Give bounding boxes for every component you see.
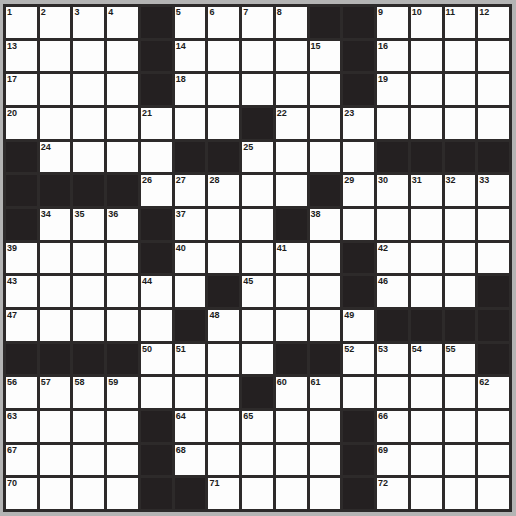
cell-r1c7[interactable]: 6 (208, 7, 239, 38)
clue-number-32: 32 (446, 175, 456, 186)
cell-r12c11[interactable] (343, 377, 374, 408)
cell-r6c11[interactable]: 29 (343, 175, 374, 206)
block-r11c9 (276, 344, 307, 375)
block-r10c6 (175, 310, 206, 341)
block-r1c5 (141, 7, 172, 38)
clue-number-54: 54 (412, 344, 422, 355)
cell-r12c1[interactable]: 56 (6, 377, 37, 408)
clue-number-61: 61 (311, 377, 321, 388)
cell-r5c2[interactable]: 24 (40, 142, 71, 173)
clue-number-39: 39 (7, 243, 17, 254)
cell-r9c4[interactable] (107, 276, 138, 307)
cell-r10c7[interactable]: 48 (208, 310, 239, 341)
clue-number-65: 65 (243, 411, 253, 422)
cell-r14c15[interactable] (478, 445, 509, 476)
cell-r12c4[interactable]: 59 (107, 377, 138, 408)
cell-r13c12[interactable]: 66 (377, 411, 408, 442)
cell-r13c10[interactable] (310, 411, 341, 442)
cell-r2c15[interactable] (478, 41, 509, 72)
cell-r4c1[interactable]: 20 (6, 108, 37, 139)
cell-r15c14[interactable] (445, 478, 476, 509)
cell-r13c2[interactable] (40, 411, 71, 442)
block-r6c10 (310, 175, 341, 206)
block-r5c6 (175, 142, 206, 173)
clue-number-51: 51 (176, 344, 186, 355)
cell-r7c8[interactable] (242, 209, 273, 240)
clue-number-10: 10 (412, 7, 422, 18)
cell-r11c12[interactable]: 53 (377, 344, 408, 375)
block-r5c14 (445, 142, 476, 173)
cell-r6c8[interactable] (242, 175, 273, 206)
block-r13c5 (141, 411, 172, 442)
cell-r9c13[interactable] (411, 276, 442, 307)
cell-r7c2[interactable]: 34 (40, 209, 71, 240)
cell-r2c13[interactable] (411, 41, 442, 72)
cell-r14c13[interactable] (411, 445, 442, 476)
cell-r2c1[interactable]: 13 (6, 41, 37, 72)
clue-number-5: 5 (176, 7, 181, 18)
block-r11c15 (478, 344, 509, 375)
cell-r12c13[interactable] (411, 377, 442, 408)
clue-number-20: 20 (7, 108, 17, 119)
cell-r11c6[interactable]: 51 (175, 344, 206, 375)
block-r11c3 (73, 344, 104, 375)
cell-r10c9[interactable] (276, 310, 307, 341)
clue-number-7: 7 (243, 7, 248, 18)
block-r6c3 (73, 175, 104, 206)
cell-r15c8[interactable] (242, 478, 273, 509)
clue-number-38: 38 (311, 209, 321, 220)
cell-r3c14[interactable] (445, 74, 476, 105)
clue-number-22: 22 (277, 108, 287, 119)
cell-r1c1[interactable]: 1 (6, 7, 37, 38)
block-r6c4 (107, 175, 138, 206)
cell-r14c14[interactable] (445, 445, 476, 476)
cell-r2c12[interactable]: 16 (377, 41, 408, 72)
block-r15c6 (175, 478, 206, 509)
block-r10c15 (478, 310, 509, 341)
cell-r9c2[interactable] (40, 276, 71, 307)
cell-r1c12[interactable]: 9 (377, 7, 408, 38)
cell-r4c2[interactable] (40, 108, 71, 139)
cell-r12c9[interactable]: 60 (276, 377, 307, 408)
cell-r5c5[interactable] (141, 142, 172, 173)
cell-r11c8[interactable] (242, 344, 273, 375)
cell-r3c3[interactable] (73, 74, 104, 105)
block-r11c1 (6, 344, 37, 375)
cell-r4c6[interactable] (175, 108, 206, 139)
clue-number-34: 34 (41, 209, 51, 220)
cell-r3c6[interactable]: 18 (175, 74, 206, 105)
cell-r6c9[interactable] (276, 175, 307, 206)
cell-r4c14[interactable] (445, 108, 476, 139)
cell-r3c15[interactable] (478, 74, 509, 105)
cell-r9c1[interactable]: 43 (6, 276, 37, 307)
cell-r15c7[interactable]: 71 (208, 478, 239, 509)
cell-r14c7[interactable] (208, 445, 239, 476)
clue-number-24: 24 (41, 142, 51, 153)
cell-r15c9[interactable] (276, 478, 307, 509)
clue-number-2: 2 (41, 7, 46, 18)
cell-r6c7[interactable]: 28 (208, 175, 239, 206)
cell-r8c2[interactable] (40, 243, 71, 274)
cell-r4c5[interactable]: 21 (141, 108, 172, 139)
cell-r11c7[interactable] (208, 344, 239, 375)
block-r5c7 (208, 142, 239, 173)
cell-r3c8[interactable] (242, 74, 273, 105)
cell-r1c6[interactable]: 5 (175, 7, 206, 38)
block-r6c1 (6, 175, 37, 206)
cell-r13c1[interactable]: 63 (6, 411, 37, 442)
page-background: 1234567891011121314151617181920212223242… (0, 0, 516, 516)
cell-r1c8[interactable]: 7 (242, 7, 273, 38)
cell-r14c12[interactable]: 69 (377, 445, 408, 476)
clue-number-30: 30 (378, 175, 388, 186)
block-r7c5 (141, 209, 172, 240)
cell-r4c3[interactable] (73, 108, 104, 139)
cell-r11c11[interactable]: 52 (343, 344, 374, 375)
cell-r14c6[interactable]: 68 (175, 445, 206, 476)
cell-r7c6[interactable]: 37 (175, 209, 206, 240)
clue-number-13: 13 (7, 41, 17, 52)
clue-number-27: 27 (176, 175, 186, 186)
cell-r13c15[interactable] (478, 411, 509, 442)
clue-number-35: 35 (74, 209, 84, 220)
clue-number-23: 23 (344, 108, 354, 119)
block-r2c5 (141, 41, 172, 72)
cell-r15c3[interactable] (73, 478, 104, 509)
cell-r12c7[interactable] (208, 377, 239, 408)
cell-r4c11[interactable]: 23 (343, 108, 374, 139)
cell-r5c3[interactable] (73, 142, 104, 173)
cell-r9c14[interactable] (445, 276, 476, 307)
cell-r10c5[interactable] (141, 310, 172, 341)
cell-r3c4[interactable] (107, 74, 138, 105)
cell-r1c15[interactable]: 12 (478, 7, 509, 38)
cell-r5c11[interactable] (343, 142, 374, 173)
cell-r12c2[interactable]: 57 (40, 377, 71, 408)
cell-r7c3[interactable]: 35 (73, 209, 104, 240)
cell-r2c6[interactable]: 14 (175, 41, 206, 72)
clue-number-15: 15 (311, 41, 321, 52)
clue-number-67: 67 (7, 445, 17, 456)
clue-number-70: 70 (7, 478, 17, 489)
cell-r4c12[interactable] (377, 108, 408, 139)
block-r1c11 (343, 7, 374, 38)
block-r8c5 (141, 243, 172, 274)
cell-r10c10[interactable] (310, 310, 341, 341)
cell-r2c4[interactable] (107, 41, 138, 72)
clue-number-18: 18 (176, 74, 186, 85)
cell-r9c5[interactable]: 44 (141, 276, 172, 307)
block-r10c14 (445, 310, 476, 341)
cell-r1c13[interactable]: 10 (411, 7, 442, 38)
clue-number-31: 31 (412, 175, 422, 186)
crossword-board: 1234567891011121314151617181920212223242… (3, 4, 512, 512)
cell-r3c9[interactable] (276, 74, 307, 105)
clue-number-3: 3 (74, 7, 79, 18)
cell-r12c5[interactable] (141, 377, 172, 408)
clue-number-4: 4 (108, 7, 113, 18)
block-r10c12 (377, 310, 408, 341)
clue-number-41: 41 (277, 243, 287, 254)
clue-number-8: 8 (277, 7, 282, 18)
block-r9c11 (343, 276, 374, 307)
cell-r4c7[interactable] (208, 108, 239, 139)
cell-r10c4[interactable] (107, 310, 138, 341)
cell-r8c15[interactable] (478, 243, 509, 274)
block-r5c1 (6, 142, 37, 173)
cell-r13c9[interactable] (276, 411, 307, 442)
clue-number-14: 14 (176, 41, 186, 52)
cell-r7c14[interactable] (445, 209, 476, 240)
block-r14c5 (141, 445, 172, 476)
cell-r1c2[interactable]: 2 (40, 7, 71, 38)
clue-number-59: 59 (108, 377, 118, 388)
cell-r2c14[interactable] (445, 41, 476, 72)
cell-r12c3[interactable]: 58 (73, 377, 104, 408)
cell-r4c15[interactable] (478, 108, 509, 139)
clue-number-21: 21 (142, 108, 152, 119)
cell-r14c3[interactable] (73, 445, 104, 476)
cell-r8c6[interactable]: 40 (175, 243, 206, 274)
cell-r3c10[interactable] (310, 74, 341, 105)
cell-r15c1[interactable]: 70 (6, 478, 37, 509)
clue-number-72: 72 (378, 478, 388, 489)
clue-number-56: 56 (7, 377, 17, 388)
clue-number-44: 44 (142, 276, 152, 287)
cell-r15c13[interactable] (411, 478, 442, 509)
cell-r2c7[interactable] (208, 41, 239, 72)
clue-number-28: 28 (209, 175, 219, 186)
cell-r9c6[interactable] (175, 276, 206, 307)
block-r12c8 (242, 377, 273, 408)
cell-r4c13[interactable] (411, 108, 442, 139)
cell-r5c10[interactable] (310, 142, 341, 173)
cell-r11c5[interactable]: 50 (141, 344, 172, 375)
cell-r10c2[interactable] (40, 310, 71, 341)
cell-r13c13[interactable] (411, 411, 442, 442)
cell-r4c10[interactable] (310, 108, 341, 139)
cell-r1c9[interactable]: 8 (276, 7, 307, 38)
block-r1c10 (310, 7, 341, 38)
cell-r6c13[interactable]: 31 (411, 175, 442, 206)
block-r5c12 (377, 142, 408, 173)
clue-number-69: 69 (378, 445, 388, 456)
cell-r10c3[interactable] (73, 310, 104, 341)
clue-number-16: 16 (378, 41, 388, 52)
clue-number-52: 52 (344, 344, 354, 355)
clue-number-26: 26 (142, 175, 152, 186)
cell-r9c12[interactable]: 46 (377, 276, 408, 307)
cell-r8c10[interactable] (310, 243, 341, 274)
clue-number-12: 12 (479, 7, 489, 18)
cell-r8c7[interactable] (208, 243, 239, 274)
cell-r13c7[interactable] (208, 411, 239, 442)
cell-r12c10[interactable]: 61 (310, 377, 341, 408)
clue-number-68: 68 (176, 445, 186, 456)
cell-r2c2[interactable] (40, 41, 71, 72)
block-r2c11 (343, 41, 374, 72)
cell-r12c15[interactable]: 62 (478, 377, 509, 408)
cell-r9c9[interactable] (276, 276, 307, 307)
cell-r3c2[interactable] (40, 74, 71, 105)
clue-number-9: 9 (378, 7, 383, 18)
cell-r5c8[interactable]: 25 (242, 142, 273, 173)
cell-r2c10[interactable]: 15 (310, 41, 341, 72)
clue-number-58: 58 (74, 377, 84, 388)
block-r9c15 (478, 276, 509, 307)
cell-r7c15[interactable] (478, 209, 509, 240)
cell-r9c8[interactable]: 45 (242, 276, 273, 307)
clue-number-63: 63 (7, 411, 17, 422)
cell-r14c9[interactable] (276, 445, 307, 476)
clue-number-33: 33 (479, 175, 489, 186)
cell-r15c10[interactable] (310, 478, 341, 509)
cell-r3c12[interactable]: 19 (377, 74, 408, 105)
block-r11c10 (310, 344, 341, 375)
cell-r7c12[interactable] (377, 209, 408, 240)
cell-r13c3[interactable] (73, 411, 104, 442)
clue-number-42: 42 (378, 243, 388, 254)
cell-r8c8[interactable] (242, 243, 273, 274)
cell-r3c7[interactable] (208, 74, 239, 105)
clue-number-43: 43 (7, 276, 17, 287)
block-r9c7 (208, 276, 239, 307)
cell-r7c13[interactable] (411, 209, 442, 240)
clue-number-47: 47 (7, 310, 17, 321)
block-r8c11 (343, 243, 374, 274)
cell-r7c11[interactable] (343, 209, 374, 240)
block-r3c11 (343, 74, 374, 105)
cell-r14c10[interactable] (310, 445, 341, 476)
block-r3c5 (141, 74, 172, 105)
clue-number-1: 1 (7, 7, 12, 18)
cell-r10c8[interactable] (242, 310, 273, 341)
cell-r8c13[interactable] (411, 243, 442, 274)
cell-r13c6[interactable]: 64 (175, 411, 206, 442)
cell-r6c5[interactable]: 26 (141, 175, 172, 206)
cell-r8c12[interactable]: 42 (377, 243, 408, 274)
cell-r9c10[interactable] (310, 276, 341, 307)
cell-r13c4[interactable] (107, 411, 138, 442)
clue-number-45: 45 (243, 276, 253, 287)
clue-number-62: 62 (479, 377, 489, 388)
cell-r10c11[interactable]: 49 (343, 310, 374, 341)
cell-r8c1[interactable]: 39 (6, 243, 37, 274)
block-r11c2 (40, 344, 71, 375)
block-r6c2 (40, 175, 71, 206)
cell-r9c3[interactable] (73, 276, 104, 307)
cell-r14c2[interactable] (40, 445, 71, 476)
cell-r6c14[interactable]: 32 (445, 175, 476, 206)
cell-r11c13[interactable]: 54 (411, 344, 442, 375)
cell-r12c6[interactable] (175, 377, 206, 408)
block-r4c8 (242, 108, 273, 139)
clue-number-17: 17 (7, 74, 17, 85)
block-r15c11 (343, 478, 374, 509)
clue-number-11: 11 (446, 7, 456, 18)
cell-r4c4[interactable] (107, 108, 138, 139)
cell-r10c1[interactable]: 47 (6, 310, 37, 341)
block-r7c9 (276, 209, 307, 240)
cell-r2c8[interactable] (242, 41, 273, 72)
cell-r1c4[interactable]: 4 (107, 7, 138, 38)
cell-r1c3[interactable]: 3 (73, 7, 104, 38)
cell-r8c14[interactable] (445, 243, 476, 274)
block-r7c1 (6, 209, 37, 240)
block-r13c11 (343, 411, 374, 442)
cell-r15c15[interactable] (478, 478, 509, 509)
cell-r7c4[interactable]: 36 (107, 209, 138, 240)
block-r10c13 (411, 310, 442, 341)
clue-number-55: 55 (446, 344, 456, 355)
cell-r5c4[interactable] (107, 142, 138, 173)
cell-r12c12[interactable] (377, 377, 408, 408)
clue-number-64: 64 (176, 411, 186, 422)
clue-number-53: 53 (378, 344, 388, 355)
clue-number-6: 6 (209, 7, 214, 18)
cell-r12c14[interactable] (445, 377, 476, 408)
cell-r3c1[interactable]: 17 (6, 74, 37, 105)
cell-r15c2[interactable] (40, 478, 71, 509)
cell-r15c12[interactable]: 72 (377, 478, 408, 509)
clue-number-50: 50 (142, 344, 152, 355)
block-r5c15 (478, 142, 509, 173)
cell-r4c9[interactable]: 22 (276, 108, 307, 139)
cell-r8c4[interactable] (107, 243, 138, 274)
block-r11c4 (107, 344, 138, 375)
clue-number-36: 36 (108, 209, 118, 220)
clue-number-19: 19 (378, 74, 388, 85)
cell-r14c1[interactable]: 67 (6, 445, 37, 476)
block-r15c5 (141, 478, 172, 509)
cell-r14c8[interactable] (242, 445, 273, 476)
clue-number-71: 71 (209, 478, 219, 489)
block-r5c13 (411, 142, 442, 173)
cell-r8c9[interactable]: 41 (276, 243, 307, 274)
cell-r6c6[interactable]: 27 (175, 175, 206, 206)
cell-r15c4[interactable] (107, 478, 138, 509)
cell-r11c14[interactable]: 55 (445, 344, 476, 375)
clue-number-57: 57 (41, 377, 51, 388)
cell-r6c12[interactable]: 30 (377, 175, 408, 206)
clue-number-60: 60 (277, 377, 287, 388)
cell-r3c13[interactable] (411, 74, 442, 105)
cell-r2c3[interactable] (73, 41, 104, 72)
cell-r2c9[interactable] (276, 41, 307, 72)
cell-r5c9[interactable] (276, 142, 307, 173)
clue-number-48: 48 (209, 310, 219, 321)
cell-r13c14[interactable] (445, 411, 476, 442)
clue-number-46: 46 (378, 276, 388, 287)
clue-number-40: 40 (176, 243, 186, 254)
cell-r7c7[interactable] (208, 209, 239, 240)
cell-r7c10[interactable]: 38 (310, 209, 341, 240)
clue-number-37: 37 (176, 209, 186, 220)
clue-number-49: 49 (344, 310, 354, 321)
clue-number-29: 29 (344, 175, 354, 186)
block-r14c11 (343, 445, 374, 476)
clue-number-66: 66 (378, 411, 388, 422)
cell-r8c3[interactable] (73, 243, 104, 274)
cell-r1c14[interactable]: 11 (445, 7, 476, 38)
cell-r13c8[interactable]: 65 (242, 411, 273, 442)
cell-r14c4[interactable] (107, 445, 138, 476)
cell-r6c15[interactable]: 33 (478, 175, 509, 206)
clue-number-25: 25 (243, 142, 253, 153)
